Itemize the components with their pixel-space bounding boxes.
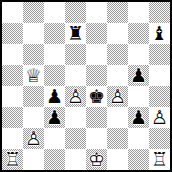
square-g1[interactable] — [128, 149, 149, 170]
square-f3[interactable] — [107, 107, 128, 128]
square-e1[interactable]: ♚♔ — [86, 149, 107, 170]
square-e3[interactable] — [86, 107, 107, 128]
square-b4[interactable] — [23, 86, 44, 107]
piece-black-pawn: ♟ — [44, 86, 65, 107]
piece-fill-white-pawn: ♟ — [23, 128, 44, 149]
square-h5[interactable] — [149, 65, 170, 86]
square-g3[interactable]: ♟ — [128, 107, 149, 128]
square-a1[interactable]: ♜♖ — [2, 149, 23, 170]
piece-white-pawn: ♙ — [65, 86, 86, 107]
square-b5[interactable]: ♛♕ — [23, 65, 44, 86]
square-d5[interactable] — [65, 65, 86, 86]
square-h6[interactable] — [149, 44, 170, 65]
square-a8[interactable] — [2, 2, 23, 23]
piece-black-king: ♚ — [86, 86, 107, 107]
square-b8[interactable] — [23, 2, 44, 23]
square-h3[interactable]: ♟♙ — [149, 107, 170, 128]
square-f5[interactable] — [107, 65, 128, 86]
piece-fill-white-queen: ♛ — [23, 65, 44, 86]
piece-black-rook: ♜ — [65, 23, 86, 44]
square-g7[interactable] — [128, 23, 149, 44]
square-f1[interactable] — [107, 149, 128, 170]
square-a3[interactable] — [2, 107, 23, 128]
square-b3[interactable] — [23, 107, 44, 128]
square-a4[interactable] — [2, 86, 23, 107]
square-e4[interactable]: ♚ — [86, 86, 107, 107]
square-c6[interactable] — [44, 44, 65, 65]
piece-fill-white-pawn: ♟ — [107, 86, 128, 107]
square-e8[interactable] — [86, 2, 107, 23]
piece-black-pawn: ♟ — [44, 107, 65, 128]
piece-white-king: ♔ — [86, 149, 107, 170]
square-a5[interactable] — [2, 65, 23, 86]
square-g6[interactable] — [128, 44, 149, 65]
square-h1[interactable]: ♜♖ — [149, 149, 170, 170]
square-c2[interactable] — [44, 128, 65, 149]
square-b7[interactable] — [23, 23, 44, 44]
piece-black-pawn: ♟ — [128, 107, 149, 128]
square-c1[interactable] — [44, 149, 65, 170]
square-d1[interactable] — [65, 149, 86, 170]
piece-white-rook: ♖ — [149, 149, 170, 170]
square-f2[interactable] — [107, 128, 128, 149]
square-g8[interactable] — [128, 2, 149, 23]
piece-fill-white-rook: ♜ — [149, 149, 170, 170]
square-a6[interactable] — [2, 44, 23, 65]
square-d6[interactable] — [65, 44, 86, 65]
piece-white-rook: ♖ — [2, 149, 23, 170]
square-h8[interactable] — [149, 2, 170, 23]
piece-fill-white-pawn: ♟ — [65, 86, 86, 107]
piece-fill-white-rook: ♜ — [2, 149, 23, 170]
square-g5[interactable]: ♟ — [128, 65, 149, 86]
square-f6[interactable] — [107, 44, 128, 65]
square-d4[interactable]: ♟♙ — [65, 86, 86, 107]
piece-white-pawn: ♙ — [23, 128, 44, 149]
square-h7[interactable]: ♝ — [149, 23, 170, 44]
piece-white-queen: ♕ — [23, 65, 44, 86]
square-e7[interactable] — [86, 23, 107, 44]
square-b6[interactable] — [23, 44, 44, 65]
square-g2[interactable] — [128, 128, 149, 149]
square-h2[interactable] — [149, 128, 170, 149]
square-f7[interactable] — [107, 23, 128, 44]
square-d3[interactable] — [65, 107, 86, 128]
square-h4[interactable] — [149, 86, 170, 107]
piece-white-pawn: ♙ — [149, 107, 170, 128]
square-c4[interactable]: ♟ — [44, 86, 65, 107]
square-c3[interactable]: ♟ — [44, 107, 65, 128]
square-f8[interactable] — [107, 2, 128, 23]
square-c7[interactable] — [44, 23, 65, 44]
square-d8[interactable] — [65, 2, 86, 23]
square-d2[interactable] — [65, 128, 86, 149]
square-a7[interactable] — [2, 23, 23, 44]
chess-board-frame: ♜♝♛♕♟♟♟♙♚♟♙♟♟♟♙♟♙♜♖♚♔♜♖ — [0, 0, 172, 172]
square-b1[interactable] — [23, 149, 44, 170]
square-e6[interactable] — [86, 44, 107, 65]
square-e5[interactable] — [86, 65, 107, 86]
chess-board: ♜♝♛♕♟♟♟♙♚♟♙♟♟♟♙♟♙♜♖♚♔♜♖ — [2, 2, 170, 170]
square-a2[interactable] — [2, 128, 23, 149]
square-b2[interactable]: ♟♙ — [23, 128, 44, 149]
piece-fill-white-king: ♚ — [86, 149, 107, 170]
piece-black-bishop: ♝ — [149, 23, 170, 44]
square-e2[interactable] — [86, 128, 107, 149]
square-g4[interactable] — [128, 86, 149, 107]
piece-white-pawn: ♙ — [107, 86, 128, 107]
piece-black-pawn: ♟ — [128, 65, 149, 86]
square-d7[interactable]: ♜ — [65, 23, 86, 44]
square-c5[interactable] — [44, 65, 65, 86]
square-c8[interactable] — [44, 2, 65, 23]
piece-fill-white-pawn: ♟ — [149, 107, 170, 128]
square-f4[interactable]: ♟♙ — [107, 86, 128, 107]
